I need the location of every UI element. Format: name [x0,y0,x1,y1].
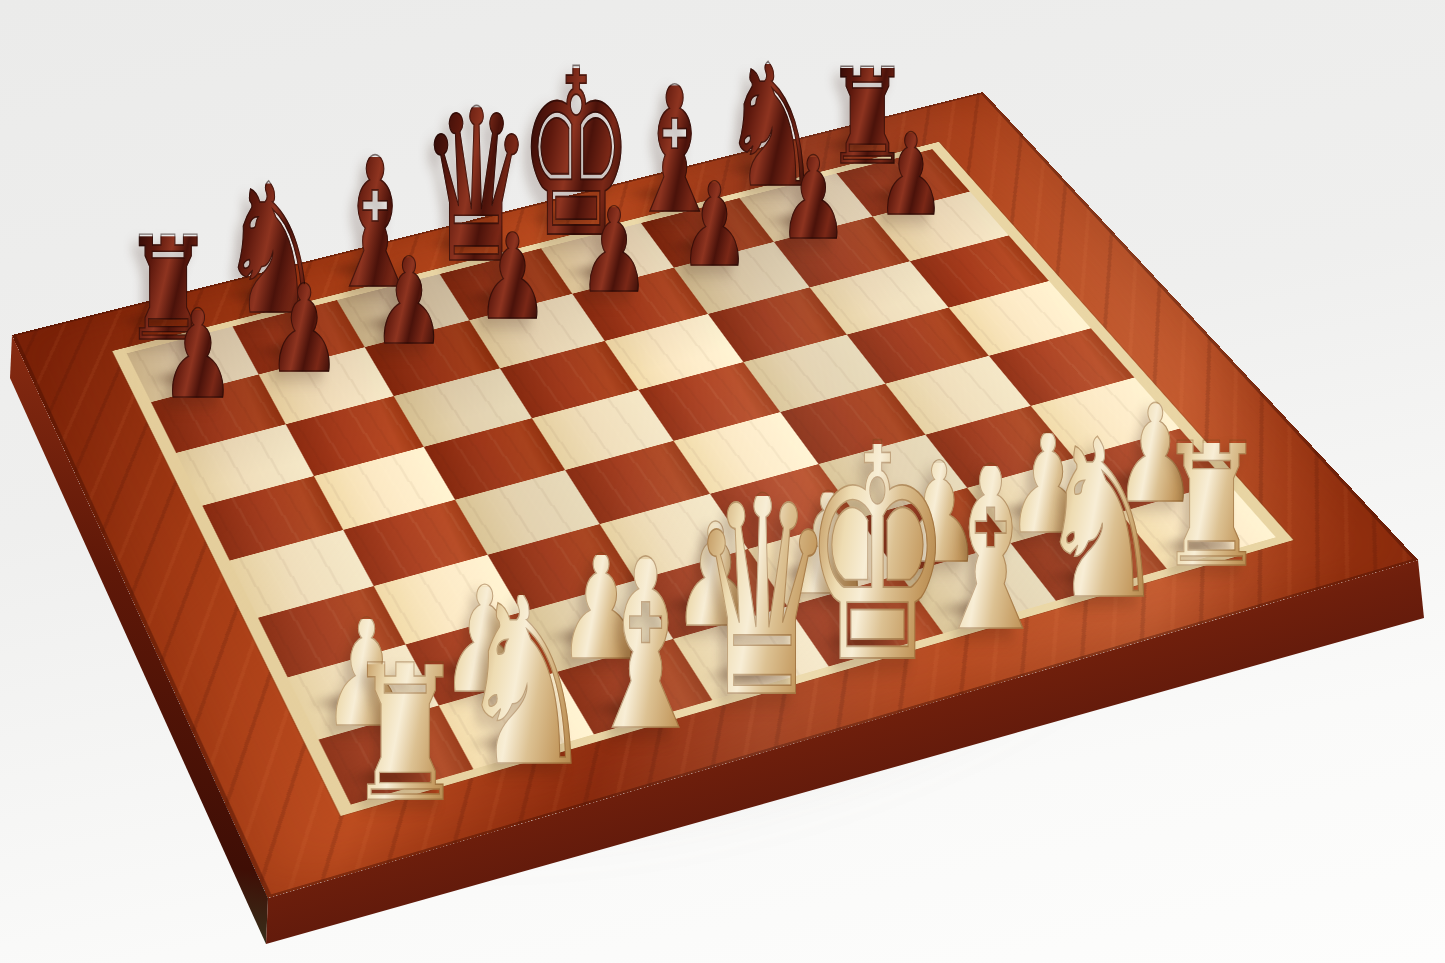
piece-black-pawn-b7: ♟ [267,284,342,375]
piece-black-pawn-g7: ♟ [778,157,849,243]
piece-white-knight-g1: ♞ [1036,439,1167,603]
piece-black-pawn-c7: ♟ [372,258,446,348]
piece-white-knight-b1: ♞ [456,595,596,770]
piece-white-queen-d1: ♛ [690,495,835,701]
pieces-layer: ♜♞♝♟♚♟♛♟♝♟♞♟♜♟♟♟♟♟♟♜♟♞♟♝♟♚♟♛♟♝♞♜ [0,0,1445,963]
piece-black-pawn-f7: ♟ [679,182,750,269]
piece-black-pawn-e7: ♟ [578,207,650,295]
piece-white-rook-h1: ♜ [1157,443,1266,571]
piece-black-pawn-a7: ♟ [160,310,236,402]
piece-black-pawn-d7: ♟ [476,232,549,321]
piece-white-rook-a1: ♜ [345,664,465,805]
piece-black-pawn-h7: ♟ [876,133,946,218]
scene: ♜♞♝♟♚♟♛♟♝♟♞♟♜♟♟♟♟♟♟♜♟♞♟♝♟♚♟♛♟♝♞♜ [0,0,1445,963]
piece-white-bishop-c1: ♝ [582,560,709,736]
